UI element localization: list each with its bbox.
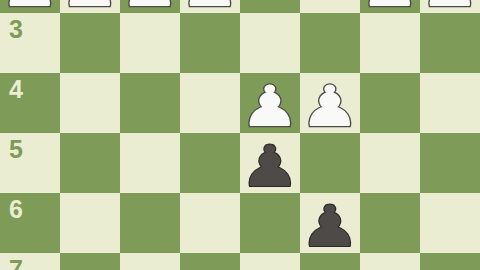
square-c3[interactable] [300,13,360,73]
square-e4[interactable] [180,73,240,133]
square-e7[interactable] [180,253,240,270]
black-pawn-c6[interactable]: ♟ [300,193,360,253]
square-b6[interactable] [360,193,420,253]
square-g4[interactable] [60,73,120,133]
white-pawn-e2[interactable]: ♟ [180,0,240,13]
black-pawn-glyph: ♟ [240,138,300,195]
rank-label-3: 3 [9,17,23,42]
square-c6[interactable]: ♟ [300,193,360,253]
square-f3[interactable] [120,13,180,73]
square-a5[interactable] [420,133,480,193]
square-d4[interactable]: ♟ [240,73,300,133]
square-h5[interactable]: 5 [0,133,60,193]
square-c4[interactable]: ♟ [300,73,360,133]
square-a6[interactable] [420,193,480,253]
square-c7[interactable] [300,253,360,270]
square-d5[interactable]: ♟ [240,133,300,193]
square-b7[interactable] [360,253,420,270]
white-pawn-c4[interactable]: ♟ [300,73,360,133]
chess-board-viewport: ♟♟♟♟♟♟34♟♟5♟6♟7 [0,0,480,270]
square-b2[interactable]: ♟ [360,0,420,13]
rank-label-6: 6 [9,197,23,222]
square-d2[interactable] [240,0,300,13]
white-pawn-b2[interactable]: ♟ [360,0,420,13]
square-b5[interactable] [360,133,420,193]
square-b4[interactable] [360,73,420,133]
white-pawn-d4[interactable]: ♟ [240,73,300,133]
square-e6[interactable] [180,193,240,253]
square-h2[interactable]: ♟ [0,0,60,13]
white-pawn-a2[interactable]: ♟ [420,0,480,13]
square-b3[interactable] [360,13,420,73]
white-pawn-glyph: ♟ [300,78,360,135]
square-g3[interactable] [60,13,120,73]
square-g5[interactable] [60,133,120,193]
rank-label-5: 5 [9,137,23,162]
square-e3[interactable] [180,13,240,73]
square-d6[interactable] [240,193,300,253]
chess-board: ♟♟♟♟♟♟34♟♟5♟6♟7 [0,0,480,270]
rank-label-7: 7 [9,257,23,270]
square-g6[interactable] [60,193,120,253]
square-e5[interactable] [180,133,240,193]
black-pawn-glyph: ♟ [300,198,360,255]
black-pawn-d5[interactable]: ♟ [240,133,300,193]
white-pawn-f2[interactable]: ♟ [120,0,180,13]
white-pawn-h2[interactable]: ♟ [0,0,60,13]
square-c2[interactable] [300,0,360,13]
square-a7[interactable] [420,253,480,270]
square-a2[interactable]: ♟ [420,0,480,13]
square-d3[interactable] [240,13,300,73]
square-h6[interactable]: 6 [0,193,60,253]
square-d7[interactable] [240,253,300,270]
square-a4[interactable] [420,73,480,133]
white-pawn-g2[interactable]: ♟ [60,0,120,13]
square-h3[interactable]: 3 [0,13,60,73]
square-c5[interactable] [300,133,360,193]
square-f6[interactable] [120,193,180,253]
square-a3[interactable] [420,13,480,73]
white-pawn-glyph: ♟ [240,78,300,135]
square-f2[interactable]: ♟ [120,0,180,13]
square-h4[interactable]: 4 [0,73,60,133]
rank-label-4: 4 [9,77,23,102]
square-f5[interactable] [120,133,180,193]
square-f7[interactable] [120,253,180,270]
square-h7[interactable]: 7 [0,253,60,270]
square-g7[interactable] [60,253,120,270]
square-e2[interactable]: ♟ [180,0,240,13]
square-f4[interactable] [120,73,180,133]
square-g2[interactable]: ♟ [60,0,120,13]
